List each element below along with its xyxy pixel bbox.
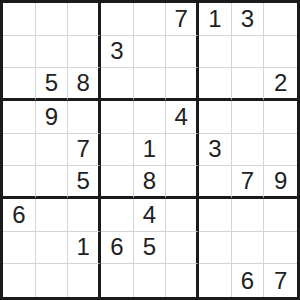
cell-r1c2-empty[interactable] (36, 3, 69, 36)
cell-r4c1-empty[interactable] (3, 101, 36, 134)
cell-r4c3-empty[interactable] (68, 101, 101, 134)
cell-r6c5-given: 8 (134, 166, 167, 199)
cell-r1c9-empty[interactable] (264, 3, 297, 36)
cell-r1c3-empty[interactable] (68, 3, 101, 36)
cell-r6c6-empty[interactable] (166, 166, 199, 199)
cell-r2c3-empty[interactable] (68, 36, 101, 69)
cell-r5c1-empty[interactable] (3, 134, 36, 167)
cell-r6c3-given: 5 (68, 166, 101, 199)
cell-r9c6-empty[interactable] (166, 264, 199, 297)
cell-r7c5-given: 4 (134, 199, 167, 232)
cell-r3c6-empty[interactable] (166, 68, 199, 101)
cell-r6c2-empty[interactable] (36, 166, 69, 199)
cell-r5c4-empty[interactable] (101, 134, 134, 167)
cell-r5c9-empty[interactable] (264, 134, 297, 167)
cell-r2c7-empty[interactable] (199, 36, 232, 69)
cell-r9c7-empty[interactable] (199, 264, 232, 297)
cell-r9c1-empty[interactable] (3, 264, 36, 297)
cell-r4c9-empty[interactable] (264, 101, 297, 134)
cell-r2c8-empty[interactable] (232, 36, 265, 69)
cell-r2c9-empty[interactable] (264, 36, 297, 69)
cell-r4c6-given: 4 (166, 101, 199, 134)
cell-r3c7-empty[interactable] (199, 68, 232, 101)
cell-r5c5-given: 1 (134, 134, 167, 167)
cell-r7c2-empty[interactable] (36, 199, 69, 232)
cell-r8c5-given: 5 (134, 232, 167, 265)
cell-r1c6-given: 7 (166, 3, 199, 36)
cell-r7c9-empty[interactable] (264, 199, 297, 232)
cell-r4c2-given: 9 (36, 101, 69, 134)
cell-r6c1-empty[interactable] (3, 166, 36, 199)
cell-r8c3-given: 1 (68, 232, 101, 265)
cell-r3c3-given: 8 (68, 68, 101, 101)
cell-r6c4-empty[interactable] (101, 166, 134, 199)
cell-r1c5-empty[interactable] (134, 3, 167, 36)
cell-r8c2-empty[interactable] (36, 232, 69, 265)
cell-r2c4-given: 3 (101, 36, 134, 69)
cell-r4c7-empty[interactable] (199, 101, 232, 134)
cell-r9c5-empty[interactable] (134, 264, 167, 297)
cell-r3c2-given: 5 (36, 68, 69, 101)
cell-r2c2-empty[interactable] (36, 36, 69, 69)
cell-r2c1-empty[interactable] (3, 36, 36, 69)
cell-r7c6-empty[interactable] (166, 199, 199, 232)
cell-r7c1-given: 6 (3, 199, 36, 232)
cell-r2c5-empty[interactable] (134, 36, 167, 69)
cell-r5c7-given: 3 (199, 134, 232, 167)
cell-r7c7-empty[interactable] (199, 199, 232, 232)
cell-r9c8-given: 6 (232, 264, 265, 297)
cell-r8c4-given: 6 (101, 232, 134, 265)
cell-r8c1-empty[interactable] (3, 232, 36, 265)
sudoku-board: 71335829471358796416567 (0, 0, 300, 300)
cell-r1c7-given: 1 (199, 3, 232, 36)
sudoku-page: 71335829471358796416567 (0, 0, 300, 300)
cell-r1c4-empty[interactable] (101, 3, 134, 36)
cell-r9c9-given: 7 (264, 264, 297, 297)
cell-r3c1-empty[interactable] (3, 68, 36, 101)
cell-r8c8-empty[interactable] (232, 232, 265, 265)
cell-r5c2-empty[interactable] (36, 134, 69, 167)
cell-r5c6-empty[interactable] (166, 134, 199, 167)
cell-r1c8-given: 3 (232, 3, 265, 36)
cell-r7c3-empty[interactable] (68, 199, 101, 232)
cell-r1c1-empty[interactable] (3, 3, 36, 36)
cell-r7c8-empty[interactable] (232, 199, 265, 232)
cell-r9c2-empty[interactable] (36, 264, 69, 297)
cell-r7c4-empty[interactable] (101, 199, 134, 232)
cell-r3c4-empty[interactable] (101, 68, 134, 101)
cell-r9c3-empty[interactable] (68, 264, 101, 297)
cell-r6c8-given: 7 (232, 166, 265, 199)
cell-r2c6-empty[interactable] (166, 36, 199, 69)
cell-r8c9-empty[interactable] (264, 232, 297, 265)
cell-r8c6-empty[interactable] (166, 232, 199, 265)
cell-r8c7-empty[interactable] (199, 232, 232, 265)
cell-r3c5-empty[interactable] (134, 68, 167, 101)
cell-r4c8-empty[interactable] (232, 101, 265, 134)
cell-r3c8-empty[interactable] (232, 68, 265, 101)
cell-r3c9-given: 2 (264, 68, 297, 101)
cell-r6c7-empty[interactable] (199, 166, 232, 199)
cell-r4c4-empty[interactable] (101, 101, 134, 134)
cell-r6c9-given: 9 (264, 166, 297, 199)
cell-r5c8-empty[interactable] (232, 134, 265, 167)
cell-r4c5-empty[interactable] (134, 101, 167, 134)
cell-r5c3-given: 7 (68, 134, 101, 167)
cell-r9c4-empty[interactable] (101, 264, 134, 297)
